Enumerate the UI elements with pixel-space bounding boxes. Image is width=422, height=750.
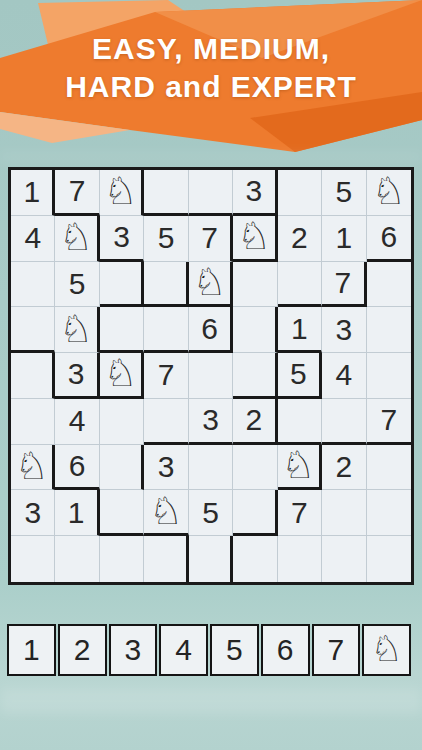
grid-cell-r7c7[interactable]: ♘: [278, 445, 322, 491]
grid-cell-r6c1[interactable]: [11, 399, 55, 445]
grid-cell-r9c4[interactable]: [144, 536, 188, 582]
grid-cell-r8c4[interactable]: ♘: [144, 490, 188, 536]
grid-cell-r4c7[interactable]: 1: [278, 307, 322, 353]
grid-cell-r3c1[interactable]: [11, 262, 55, 308]
picker-digit-7[interactable]: 7: [312, 624, 361, 676]
grid-cell-r5c3[interactable]: ♘: [100, 353, 144, 399]
grid-cell-r7c3[interactable]: [100, 445, 144, 491]
grid-cell-r2c5[interactable]: 7: [189, 216, 233, 262]
grid-cell-r4c4[interactable]: [144, 307, 188, 353]
grid-cell-r7c6[interactable]: [233, 445, 277, 491]
picker-digit-1[interactable]: 1: [7, 624, 56, 676]
grid-cell-r5c8[interactable]: 4: [322, 353, 366, 399]
grid-cell-r5c5[interactable]: [189, 353, 233, 399]
grid-cell-r3c5[interactable]: ♘: [189, 262, 233, 308]
grid-cell-r9c5[interactable]: [189, 536, 233, 582]
banner-title: EASY, MEDIUM, HARD and EXPERT: [0, 30, 422, 106]
grid-cell-r5c1[interactable]: [11, 353, 55, 399]
grid-cell-r6c8[interactable]: [322, 399, 366, 445]
picker-knight[interactable]: ♘: [362, 624, 411, 676]
grid-cell-r1c9[interactable]: ♘: [367, 170, 411, 216]
grid-cell-r1c1[interactable]: 1: [11, 170, 55, 216]
grid-cell-r1c6[interactable]: 3: [233, 170, 277, 216]
grid-cell-r3c6[interactable]: [233, 262, 277, 308]
grid-cell-r4c6[interactable]: [233, 307, 277, 353]
app-screen: EASY, MEDIUM, HARD and EXPERT 17♘35♘4♘35…: [0, 0, 422, 750]
grid-cell-r1c8[interactable]: 5: [322, 170, 366, 216]
grid-cell-r1c3[interactable]: ♘: [100, 170, 144, 216]
grid-cell-r2c9[interactable]: 6: [367, 216, 411, 262]
grid-cell-r8c1[interactable]: 3: [11, 490, 55, 536]
grid-cell-r9c1[interactable]: [11, 536, 55, 582]
grid-cell-r8c6[interactable]: [233, 490, 277, 536]
grid-cell-r4c2[interactable]: ♘: [55, 307, 99, 353]
grid-cell-r5c2[interactable]: 3: [55, 353, 99, 399]
grid-cell-r7c5[interactable]: [189, 445, 233, 491]
grid-cell-r2c8[interactable]: 1: [322, 216, 366, 262]
grid-cell-r8c8[interactable]: [322, 490, 366, 536]
grid-cell-r2c7[interactable]: 2: [278, 216, 322, 262]
grid-cell-r3c9[interactable]: [367, 262, 411, 308]
grid-cell-r2c1[interactable]: 4: [11, 216, 55, 262]
grid-cell-r9c2[interactable]: [55, 536, 99, 582]
grid-cell-r6c9[interactable]: 7: [367, 399, 411, 445]
grid-cell-r4c5[interactable]: 6: [189, 307, 233, 353]
grid-cell-r1c5[interactable]: [189, 170, 233, 216]
grid-cell-r8c3[interactable]: [100, 490, 144, 536]
grid-cell-r5c6[interactable]: [233, 353, 277, 399]
picker-digit-5[interactable]: 5: [210, 624, 259, 676]
grid-cell-r5c9[interactable]: [367, 353, 411, 399]
grid-cell-r7c9[interactable]: [367, 445, 411, 491]
picker-digit-3[interactable]: 3: [109, 624, 158, 676]
grid-cell-r2c3[interactable]: 3: [100, 216, 144, 262]
grid-cell-r8c7[interactable]: 7: [278, 490, 322, 536]
picker-digit-2[interactable]: 2: [58, 624, 107, 676]
grid-cell-r9c7[interactable]: [278, 536, 322, 582]
grid-cell-r1c4[interactable]: [144, 170, 188, 216]
picker-digit-4[interactable]: 4: [159, 624, 208, 676]
grid-cell-r3c7[interactable]: [278, 262, 322, 308]
grid-cell-r1c7[interactable]: [278, 170, 322, 216]
grid-cell-r8c9[interactable]: [367, 490, 411, 536]
banner-title-line2: HARD and EXPERT: [0, 68, 422, 106]
chalk-smudge-bottom: [0, 688, 422, 714]
grid-cell-r6c4[interactable]: [144, 399, 188, 445]
number-picker: 1234567♘: [7, 624, 411, 676]
grid-cell-r8c5[interactable]: 5: [189, 490, 233, 536]
grid-cell-r1c2[interactable]: 7: [55, 170, 99, 216]
grid-cell-r4c3[interactable]: [100, 307, 144, 353]
banner-title-line1: EASY, MEDIUM,: [0, 30, 422, 68]
grid-cell-r7c1[interactable]: ♘: [11, 445, 55, 491]
grid-cell-r9c6[interactable]: [233, 536, 277, 582]
grid-cell-r4c8[interactable]: 3: [322, 307, 366, 353]
grid-cell-r6c7[interactable]: [278, 399, 322, 445]
grid-cell-r9c9[interactable]: [367, 536, 411, 582]
grid-cell-r9c3[interactable]: [100, 536, 144, 582]
grid-cell-r6c6[interactable]: 2: [233, 399, 277, 445]
grid-cell-r3c8[interactable]: 7: [322, 262, 366, 308]
grid-cell-r2c2[interactable]: ♘: [55, 216, 99, 262]
grid-cell-r7c4[interactable]: 3: [144, 445, 188, 491]
banner: EASY, MEDIUM, HARD and EXPERT: [0, 0, 422, 160]
grid-cell-r3c4[interactable]: [144, 262, 188, 308]
grid-cell-r9c8[interactable]: [322, 536, 366, 582]
grid-cell-r4c9[interactable]: [367, 307, 411, 353]
grid-cell-r3c2[interactable]: 5: [55, 262, 99, 308]
grid-cell-r7c8[interactable]: 2: [322, 445, 366, 491]
grid-cell-r6c3[interactable]: [100, 399, 144, 445]
grid-cell-r6c2[interactable]: 4: [55, 399, 99, 445]
grid-cell-r5c7[interactable]: 5: [278, 353, 322, 399]
grid-cell-r7c2[interactable]: 6: [55, 445, 99, 491]
grid-cell-r8c2[interactable]: 1: [55, 490, 99, 536]
grid-cell-r6c5[interactable]: 3: [189, 399, 233, 445]
grid-cell-r5c4[interactable]: 7: [144, 353, 188, 399]
grid-cell-r2c6[interactable]: ♘: [233, 216, 277, 262]
sudoku-board: 17♘35♘4♘357♘2165♘7♘6133♘7544327♘63♘231♘5…: [8, 167, 414, 585]
picker-digit-6[interactable]: 6: [261, 624, 310, 676]
grid-cell-r3c3[interactable]: [100, 262, 144, 308]
grid-cell-r4c1[interactable]: [11, 307, 55, 353]
grid-cell-r2c4[interactable]: 5: [144, 216, 188, 262]
